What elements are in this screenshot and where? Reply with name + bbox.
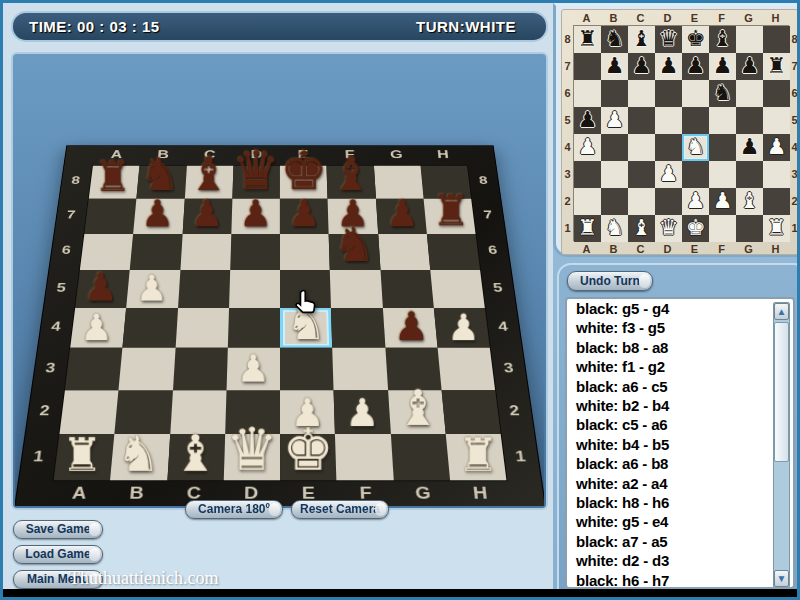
- move-list-scrollbar[interactable]: ▲ ▼: [773, 302, 790, 588]
- black-p-piece-3d[interactable]: ♟: [83, 268, 117, 307]
- mini-board-panel: ABCDEFGH 87654321 ♜♞♝♛♚♝♟♟♟♟♟♟♜♞♟♟♟♞♟♟♟♟…: [553, 3, 800, 257]
- mini-square-c5: [628, 107, 655, 134]
- board-3d-panel: ♜♞♝♛♚♝♟♟♟♟♟♟♜♞♟♟♟♞♟♟♟♟♟♝♜♞♝♛♚♜ AABBCCDDE…: [11, 52, 548, 510]
- board-square-f8[interactable]: ♝: [326, 166, 375, 199]
- board-square-f3[interactable]: [332, 348, 387, 390]
- white-p-piece-3d[interactable]: ♟: [345, 394, 379, 432]
- mini-square-a8: ♜: [574, 26, 601, 53]
- mini-square-d5: [655, 107, 682, 134]
- board-square-h7[interactable]: ♜: [423, 199, 475, 234]
- board-square-g4[interactable]: ♟: [382, 308, 437, 348]
- board-square-c5[interactable]: [177, 270, 229, 308]
- black-p-piece: ♟: [682, 53, 709, 80]
- file-label-H: H: [450, 484, 509, 503]
- rank-label-2: 2: [498, 403, 529, 420]
- white-p-piece-3d[interactable]: ♟: [136, 271, 168, 307]
- board-square-d5[interactable]: [228, 270, 279, 308]
- mini-square-b4: [601, 134, 628, 161]
- mini-square-f6: ♞: [709, 80, 736, 107]
- move-row: black: g5 - g4: [567, 299, 793, 318]
- white-p-piece: ♟: [574, 134, 601, 161]
- black-r-piece-3d[interactable]: ♜: [94, 156, 131, 198]
- black-p-piece: ♟: [736, 134, 763, 161]
- mini-board-frame: ABCDEFGH 87654321 ♜♞♝♛♚♝♟♟♟♟♟♟♜♞♟♟♟♞♟♟♟♟…: [561, 9, 799, 255]
- mini-square-f7: ♟: [709, 53, 736, 80]
- mini-square-b3: [601, 161, 628, 188]
- board-square-g5[interactable]: [380, 270, 434, 308]
- mini-square-e5: [682, 107, 709, 134]
- mini-square-b8: ♞: [601, 26, 628, 53]
- rank-label-4: 4: [40, 319, 70, 334]
- white-k-piece: ♚: [682, 215, 709, 242]
- rank-label-7: 7: [57, 208, 85, 221]
- board-square-f6[interactable]: ♞: [328, 234, 379, 270]
- board-square-a3[interactable]: [64, 348, 122, 390]
- bottom-black-bar: [3, 589, 797, 597]
- black-r-piece: ♜: [574, 26, 601, 53]
- mini-square-d7: ♟: [655, 53, 682, 80]
- board-square-f1[interactable]: [335, 434, 393, 480]
- mini-square-f8: ♝: [709, 26, 736, 53]
- board-square-e1[interactable]: ♚: [280, 434, 337, 480]
- move-row: black: a6 - c5: [567, 377, 793, 396]
- board-3d-scene: ♜♞♝♛♚♝♟♟♟♟♟♟♜♞♟♟♟♞♟♟♟♟♟♝♜♞♝♛♚♜ AABBCCDDE…: [15, 56, 544, 506]
- rank-label-4: 4: [488, 319, 518, 334]
- board-square-b2[interactable]: [114, 390, 172, 434]
- board-square-h8[interactable]: [420, 166, 471, 199]
- white-r-piece-3d[interactable]: ♜: [61, 433, 102, 479]
- mini-square-b6: [601, 80, 628, 107]
- board-square-g8[interactable]: [373, 166, 423, 199]
- board-square-f2[interactable]: ♟: [333, 390, 390, 434]
- board-square-f7[interactable]: ♟: [327, 199, 377, 234]
- black-p-piece: ♟: [574, 107, 601, 134]
- mini-square-h6: [763, 80, 790, 107]
- white-b-piece-3d[interactable]: ♝: [395, 383, 439, 432]
- status-bar: TIME: 00 : 03 : 15 TURN:WHITE: [11, 11, 548, 42]
- black-p-piece-3d[interactable]: ♟: [336, 195, 369, 232]
- save-game-button[interactable]: Save Game: [13, 520, 103, 539]
- rank-label-7: 7: [474, 208, 502, 221]
- mini-square-h5: [763, 107, 790, 134]
- mini-square-a3: [574, 161, 601, 188]
- mini-square-d3: ♟: [655, 161, 682, 188]
- black-n-piece: ♞: [601, 26, 628, 53]
- white-p-piece-3d[interactable]: ♟: [290, 394, 324, 432]
- white-b-piece: ♝: [736, 188, 763, 215]
- board-square-d3[interactable]: ♟: [226, 348, 280, 390]
- mini-square-f2: ♟: [709, 188, 736, 215]
- file-label-C: C: [186, 148, 233, 161]
- rank-label-1: 1: [504, 448, 536, 466]
- board-square-b3[interactable]: [118, 348, 174, 390]
- white-n-piece: ♞: [682, 134, 709, 161]
- mini-square-a2: [574, 188, 601, 215]
- mini-square-g3: [736, 161, 763, 188]
- board-square-b6[interactable]: [129, 234, 181, 270]
- white-p-piece: ♟: [682, 188, 709, 215]
- file-label-B: B: [107, 484, 165, 503]
- mini-square-c4: [628, 134, 655, 161]
- white-p-piece: ♟: [601, 107, 628, 134]
- mini-ranks-left: 87654321: [562, 25, 573, 241]
- black-p-piece: ♟: [601, 53, 628, 80]
- mini-square-e7: ♟: [682, 53, 709, 80]
- black-p-piece: ♟: [628, 53, 655, 80]
- board-square-e3[interactable]: [280, 348, 334, 390]
- board-square-c7[interactable]: ♟: [182, 199, 232, 234]
- mini-square-h8: [763, 26, 790, 53]
- scroll-down-icon[interactable]: ▼: [774, 570, 789, 587]
- mini-square-e1: ♚: [682, 215, 709, 242]
- mini-files-top: ABCDEFGH: [573, 10, 789, 25]
- mini-square-h2: [763, 188, 790, 215]
- move-history-panel: Undo Turn black: g5 - g4white: f3 - g5bl…: [557, 263, 799, 593]
- mini-square-e4: ♞: [682, 134, 709, 161]
- board-square-d6[interactable]: [229, 234, 279, 270]
- board-square-b8[interactable]: ♞: [136, 166, 186, 199]
- mini-square-b2: [601, 188, 628, 215]
- mini-square-g5: [736, 107, 763, 134]
- chess-board-mini: ♜♞♝♛♚♝♟♟♟♟♟♟♜♞♟♟♟♞♟♟♟♟♟♝♜♞♝♛♚♜: [573, 25, 789, 241]
- mini-square-b5: ♟: [601, 107, 628, 134]
- board-square-a6[interactable]: [79, 234, 132, 270]
- white-p-piece-3d[interactable]: ♟: [236, 351, 269, 388]
- move-rows: black: g5 - g4white: f3 - g5black: b8 - …: [567, 299, 793, 589]
- board-square-f4[interactable]: [331, 308, 385, 348]
- white-p-piece-3d[interactable]: ♟: [447, 310, 479, 346]
- mini-square-c3: [628, 161, 655, 188]
- mini-square-e2: ♟: [682, 188, 709, 215]
- white-r-piece: ♜: [763, 215, 790, 242]
- board-square-a7[interactable]: [84, 199, 136, 234]
- board-square-d4[interactable]: [227, 308, 279, 348]
- white-r-piece: ♜: [574, 215, 601, 242]
- mini-square-d4: [655, 134, 682, 161]
- mini-square-h3: [763, 161, 790, 188]
- mini-square-b1: ♞: [601, 215, 628, 242]
- board-square-a4[interactable]: ♟: [70, 308, 126, 348]
- board-square-d8[interactable]: ♛: [232, 166, 280, 199]
- board-square-g7[interactable]: ♟: [375, 199, 426, 234]
- mini-square-a6: [574, 80, 601, 107]
- black-b-piece: ♝: [628, 26, 655, 53]
- board-square-a8[interactable]: ♜: [88, 166, 139, 199]
- mini-square-d8: ♛: [655, 26, 682, 53]
- board-square-h5[interactable]: [430, 270, 485, 308]
- file-label-G: G: [393, 484, 451, 503]
- move-row: white: g5 - e4: [567, 512, 793, 531]
- mini-square-g4: ♟: [736, 134, 763, 161]
- mini-square-h7: ♜: [763, 53, 790, 80]
- undo-turn-button[interactable]: Undo Turn: [567, 271, 653, 291]
- mini-square-g7: ♟: [736, 53, 763, 80]
- mini-square-e3: [682, 161, 709, 188]
- mini-square-f3: [709, 161, 736, 188]
- mini-square-g6: [736, 80, 763, 107]
- board-square-h1[interactable]: ♜: [445, 434, 506, 480]
- rank-label-3: 3: [35, 360, 66, 376]
- move-row: white: d2 - d3: [567, 551, 793, 570]
- move-row: white: f1 - g2: [567, 357, 793, 376]
- bottom-strip: Save Game Load Game Main Menu Thuthuatti…: [11, 512, 548, 595]
- white-b-piece-3d[interactable]: ♝: [172, 428, 217, 478]
- black-q-piece: ♛: [655, 26, 682, 53]
- scrollbar-thumb[interactable]: [774, 322, 789, 462]
- mini-square-e6: [682, 80, 709, 107]
- board-square-g3[interactable]: [384, 348, 440, 390]
- board-square-a1[interactable]: ♜: [53, 434, 114, 480]
- file-label-G: G: [372, 148, 419, 161]
- move-row: black: b8 - a8: [567, 338, 793, 357]
- board-square-g6[interactable]: [377, 234, 429, 270]
- file-label-E: E: [280, 148, 326, 161]
- black-p-piece-3d[interactable]: ♟: [141, 195, 174, 232]
- mini-square-a1: ♜: [574, 215, 601, 242]
- black-p-piece-3d[interactable]: ♟: [393, 307, 428, 347]
- white-p-piece-3d[interactable]: ♟: [80, 310, 112, 346]
- white-q-piece: ♛: [655, 215, 682, 242]
- board-square-c8[interactable]: ♝: [184, 166, 233, 199]
- rank-label-5: 5: [483, 280, 512, 295]
- black-p-piece-3d[interactable]: ♟: [385, 195, 418, 232]
- chess-board-3d[interactable]: ♜♞♝♛♚♝♟♟♟♟♟♟♜♞♟♟♟♞♟♟♟♟♟♝♜♞♝♛♚♜ AABBCCDDE…: [15, 146, 544, 506]
- board-square-e7[interactable]: ♟: [280, 199, 329, 234]
- black-p-piece-3d[interactable]: ♟: [190, 195, 223, 232]
- board-square-h6[interactable]: [426, 234, 479, 270]
- file-label-D: D: [233, 148, 279, 161]
- board-square-c1[interactable]: ♝: [166, 434, 224, 480]
- rank-label-8: 8: [469, 174, 496, 187]
- scroll-up-icon[interactable]: ▲: [774, 303, 789, 320]
- board-square-c2[interactable]: [169, 390, 226, 434]
- white-p-piece: ♟: [709, 188, 736, 215]
- mini-square-g2: ♝: [736, 188, 763, 215]
- mini-square-f4: [709, 134, 736, 161]
- file-label-B: B: [139, 148, 186, 161]
- file-label-H: H: [419, 148, 467, 161]
- mini-square-h4: ♟: [763, 134, 790, 161]
- mini-square-f5: [709, 107, 736, 134]
- mini-square-c2: [628, 188, 655, 215]
- mini-square-e8: ♚: [682, 26, 709, 53]
- mini-square-d2: [655, 188, 682, 215]
- load-game-button[interactable]: Load Game: [13, 545, 103, 564]
- black-p-piece-3d[interactable]: ♟: [288, 195, 321, 232]
- board-square-h4[interactable]: ♟: [433, 308, 489, 348]
- mini-square-a4: ♟: [574, 134, 601, 161]
- rank-label-6: 6: [52, 244, 80, 258]
- mini-square-h1: ♜: [763, 215, 790, 242]
- watermark-text: Thuthuattienich.com: [69, 568, 218, 589]
- board-square-g2[interactable]: ♝: [387, 390, 445, 434]
- white-p-piece: ♟: [655, 161, 682, 188]
- move-row: black: a7 - a5: [567, 532, 793, 551]
- rank-label-3: 3: [493, 360, 524, 376]
- white-b-piece: ♝: [628, 215, 655, 242]
- board-square-b1[interactable]: ♞: [110, 434, 169, 480]
- move-list: black: g5 - g4white: f3 - g5black: b8 - …: [565, 297, 795, 589]
- mini-square-d1: ♛: [655, 215, 682, 242]
- mini-files-bottom: ABCDEFGH: [573, 241, 789, 256]
- board-square-a5[interactable]: ♟: [75, 270, 130, 308]
- black-p-piece: ♟: [709, 53, 736, 80]
- black-r-piece: ♜: [763, 53, 790, 80]
- board-square-d7[interactable]: ♟: [231, 199, 280, 234]
- mini-ranks-right: 87654321: [789, 25, 800, 241]
- board-square-e6[interactable]: [280, 234, 330, 270]
- rank-label-8: 8: [62, 174, 89, 187]
- mini-square-g1: [736, 215, 763, 242]
- hand-cursor-icon: [291, 288, 321, 318]
- board-square-b7[interactable]: ♟: [133, 199, 184, 234]
- mini-square-g8: [736, 26, 763, 53]
- white-r-piece-3d[interactable]: ♜: [457, 433, 498, 479]
- move-row: white: a2 - a4: [567, 474, 793, 493]
- move-row: black: h6 - h7: [567, 571, 793, 589]
- mini-square-c6: [628, 80, 655, 107]
- file-label-A: A: [92, 148, 140, 161]
- board-square-a2[interactable]: [59, 390, 118, 434]
- board-square-b4[interactable]: [122, 308, 177, 348]
- white-p-piece: ♟: [763, 134, 790, 161]
- board-square-e2[interactable]: ♟: [280, 390, 335, 434]
- move-row: white: b4 - b5: [567, 435, 793, 454]
- board-square-c3[interactable]: [172, 348, 227, 390]
- board-square-f5[interactable]: [330, 270, 382, 308]
- board-square-g1[interactable]: [390, 434, 449, 480]
- mini-square-d6: [655, 80, 682, 107]
- white-n-piece-3d[interactable]: ♞: [116, 429, 160, 478]
- board-square-d2[interactable]: [224, 390, 279, 434]
- mini-square-f1: [709, 215, 736, 242]
- move-row: black: h8 - h6: [567, 493, 793, 512]
- black-b-piece: ♝: [709, 26, 736, 53]
- move-row: white: f3 - g5: [567, 318, 793, 337]
- mini-square-b7: ♟: [601, 53, 628, 80]
- black-p-piece-3d[interactable]: ♟: [239, 195, 272, 232]
- mini-square-c1: ♝: [628, 215, 655, 242]
- move-row: black: c5 - a6: [567, 415, 793, 434]
- rank-label-2: 2: [28, 403, 59, 420]
- mini-square-a7: [574, 53, 601, 80]
- board-square-b5[interactable]: ♟: [126, 270, 180, 308]
- side-panel: ABCDEFGH 87654321 ♜♞♝♛♚♝♟♟♟♟♟♟♜♞♟♟♟♞♟♟♟♟…: [553, 3, 800, 595]
- board-3d-grid[interactable]: ♜♞♝♛♚♝♟♟♟♟♟♟♜♞♟♟♟♞♟♟♟♟♟♝♜♞♝♛♚♜: [52, 165, 507, 481]
- file-label-A: A: [49, 484, 108, 503]
- camera-180-button[interactable]: Camera 180º: [185, 500, 283, 519]
- move-row: black: a6 - b8: [567, 454, 793, 473]
- black-p-piece: ♟: [655, 53, 682, 80]
- board-square-e8[interactable]: ♚: [280, 166, 328, 199]
- board-square-h2[interactable]: [441, 390, 500, 434]
- time-display: TIME: 00 : 03 : 15: [29, 18, 160, 35]
- rank-label-6: 6: [478, 244, 506, 258]
- board-square-h3[interactable]: [437, 348, 495, 390]
- black-p-piece: ♟: [736, 53, 763, 80]
- mini-square-c8: ♝: [628, 26, 655, 53]
- chess-game-window: TIME: 00 : 03 : 15 TURN:WHITE ♜♞♝♛♚♝♟♟♟♟…: [0, 0, 800, 600]
- mini-square-a5: ♟: [574, 107, 601, 134]
- black-n-piece: ♞: [709, 80, 736, 107]
- rank-label-5: 5: [46, 280, 75, 295]
- file-label-F: F: [326, 148, 373, 161]
- board-square-c4[interactable]: [175, 308, 229, 348]
- move-row: white: b2 - b4: [567, 396, 793, 415]
- white-n-piece: ♞: [601, 215, 628, 242]
- black-k-piece: ♚: [682, 26, 709, 53]
- mini-square-c7: ♟: [628, 53, 655, 80]
- board-square-d1[interactable]: ♛: [223, 434, 280, 480]
- rank-label-1: 1: [22, 448, 54, 466]
- board-square-c6[interactable]: [179, 234, 230, 270]
- turn-indicator: TURN:WHITE: [416, 18, 516, 35]
- reset-camera-button[interactable]: Reset Camera: [291, 500, 389, 519]
